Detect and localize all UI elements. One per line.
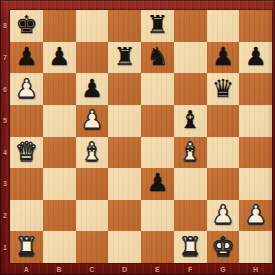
square-c4[interactable]: ♝ (76, 137, 109, 169)
rank-label-4: 4 (0, 137, 10, 169)
square-b1[interactable] (43, 231, 76, 263)
chess-board[interactable]: ♚♜♟♟♜♞♟♟♟♟♛♟♝♛♝♝♟♟♟♜♜♚ (10, 10, 272, 263)
square-h2[interactable]: ♟ (239, 200, 272, 232)
white-pawn[interactable]: ♟ (15, 76, 37, 101)
square-f4[interactable]: ♝ (174, 137, 207, 169)
file-label-d: D (108, 263, 141, 275)
white-queen[interactable]: ♛ (15, 139, 37, 164)
square-g2[interactable]: ♟ (207, 200, 240, 232)
square-a3[interactable] (10, 168, 43, 200)
square-b8[interactable] (43, 10, 76, 42)
square-h4[interactable] (239, 137, 272, 169)
square-c1[interactable] (76, 231, 109, 263)
black-rook[interactable]: ♜ (113, 44, 135, 69)
square-g6[interactable]: ♛ (207, 73, 240, 105)
square-e2[interactable] (141, 200, 174, 232)
square-h7[interactable]: ♟ (239, 42, 272, 74)
square-e7[interactable]: ♞ (141, 42, 174, 74)
rank-label-2: 2 (0, 200, 10, 232)
file-label-g: G (207, 263, 240, 275)
square-g5[interactable] (207, 105, 240, 137)
square-b3[interactable] (43, 168, 76, 200)
square-f3[interactable] (174, 168, 207, 200)
square-a1[interactable]: ♜ (10, 231, 43, 263)
black-pawn[interactable]: ♟ (146, 170, 168, 195)
square-g3[interactable] (207, 168, 240, 200)
black-knight[interactable]: ♞ (146, 44, 168, 69)
square-c5[interactable]: ♟ (76, 105, 109, 137)
square-g1[interactable]: ♚ (207, 231, 240, 263)
file-labels: ABCDEFGH (10, 263, 272, 275)
black-pawn[interactable]: ♟ (48, 44, 70, 69)
rank-label-5: 5 (0, 105, 10, 137)
square-e3[interactable]: ♟ (141, 168, 174, 200)
square-d8[interactable] (108, 10, 141, 42)
square-f7[interactable] (174, 42, 207, 74)
square-e5[interactable] (141, 105, 174, 137)
square-a7[interactable]: ♟ (10, 42, 43, 74)
square-g4[interactable] (207, 137, 240, 169)
black-rook[interactable]: ♜ (146, 12, 168, 37)
square-g8[interactable] (207, 10, 240, 42)
square-a5[interactable] (10, 105, 43, 137)
white-rook[interactable]: ♜ (15, 234, 37, 259)
square-a2[interactable] (10, 200, 43, 232)
square-g7[interactable]: ♟ (207, 42, 240, 74)
square-d6[interactable] (108, 73, 141, 105)
file-label-a: A (10, 263, 43, 275)
white-king[interactable]: ♚ (212, 234, 234, 259)
black-pawn[interactable]: ♟ (212, 44, 234, 69)
square-b5[interactable] (43, 105, 76, 137)
rank-label-3: 3 (0, 168, 10, 200)
square-d7[interactable]: ♜ (108, 42, 141, 74)
square-f5[interactable]: ♝ (174, 105, 207, 137)
square-d3[interactable] (108, 168, 141, 200)
square-h8[interactable] (239, 10, 272, 42)
square-h1[interactable] (239, 231, 272, 263)
square-d1[interactable] (108, 231, 141, 263)
square-d5[interactable] (108, 105, 141, 137)
square-c3[interactable] (76, 168, 109, 200)
square-b7[interactable]: ♟ (43, 42, 76, 74)
file-label-h: H (239, 263, 272, 275)
square-a4[interactable]: ♛ (10, 137, 43, 169)
square-b2[interactable] (43, 200, 76, 232)
rank-labels: 87654321 (0, 10, 10, 263)
square-d4[interactable] (108, 137, 141, 169)
square-e4[interactable] (141, 137, 174, 169)
black-bishop[interactable]: ♝ (179, 107, 201, 132)
square-e8[interactable]: ♜ (141, 10, 174, 42)
black-king[interactable]: ♚ (15, 12, 37, 37)
square-e6[interactable] (141, 73, 174, 105)
square-a8[interactable]: ♚ (10, 10, 43, 42)
file-label-b: B (43, 263, 76, 275)
file-label-e: E (141, 263, 174, 275)
file-label-f: F (174, 263, 207, 275)
square-d2[interactable] (108, 200, 141, 232)
square-c2[interactable] (76, 200, 109, 232)
black-pawn[interactable]: ♟ (15, 44, 37, 69)
rank-label-7: 7 (0, 42, 10, 74)
square-c8[interactable] (76, 10, 109, 42)
square-c6[interactable]: ♟ (76, 73, 109, 105)
square-f6[interactable] (174, 73, 207, 105)
black-pawn[interactable]: ♟ (81, 76, 103, 101)
white-rook[interactable]: ♜ (179, 234, 201, 259)
white-bishop[interactable]: ♝ (179, 139, 201, 164)
white-pawn[interactable]: ♟ (81, 107, 103, 132)
square-c7[interactable] (76, 42, 109, 74)
rank-label-6: 6 (0, 73, 10, 105)
square-b6[interactable] (43, 73, 76, 105)
rank-label-8: 8 (0, 10, 10, 42)
square-b4[interactable] (43, 137, 76, 169)
square-a6[interactable]: ♟ (10, 73, 43, 105)
black-pawn[interactable]: ♟ (244, 44, 266, 69)
white-pawn[interactable]: ♟ (244, 202, 266, 227)
rank-label-1: 1 (0, 231, 10, 263)
square-h6[interactable] (239, 73, 272, 105)
square-e1[interactable] (141, 231, 174, 263)
square-f1[interactable]: ♜ (174, 231, 207, 263)
square-f2[interactable] (174, 200, 207, 232)
white-pawn[interactable]: ♟ (212, 202, 234, 227)
chess-board-window: 87654321 ♚♜♟♟♜♞♟♟♟♟♛♟♝♛♝♝♟♟♟♜♜♚ ABCDEFGH (0, 0, 275, 275)
square-f8[interactable] (174, 10, 207, 42)
white-bishop[interactable]: ♝ (81, 139, 103, 164)
black-queen[interactable]: ♛ (212, 76, 234, 101)
square-h3[interactable] (239, 168, 272, 200)
square-h5[interactable] (239, 105, 272, 137)
file-label-c: C (76, 263, 109, 275)
